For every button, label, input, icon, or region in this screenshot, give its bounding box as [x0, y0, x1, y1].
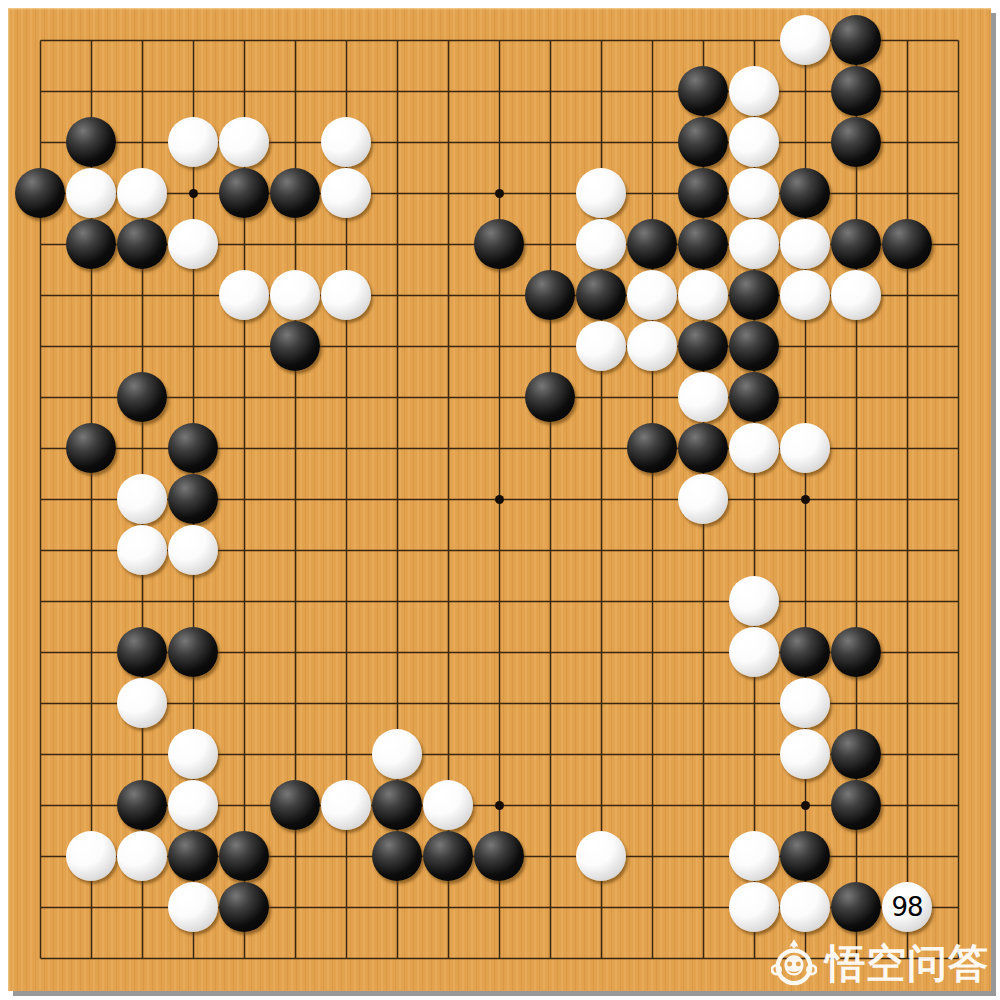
black-stone — [372, 831, 422, 881]
watermark-text: 悟空问答 — [825, 943, 989, 983]
white-stone — [678, 474, 728, 524]
black-stone — [423, 831, 473, 881]
page: 98 悟空问答 — [0, 0, 1000, 1000]
black-stone — [525, 270, 575, 320]
black-stone — [831, 882, 881, 932]
white-stone — [168, 882, 218, 932]
white-stone — [780, 882, 830, 932]
white-stone — [678, 270, 728, 320]
white-stone — [576, 831, 626, 881]
black-stone — [15, 168, 65, 218]
white-stone — [627, 270, 677, 320]
white-stone — [780, 219, 830, 269]
white-stone — [780, 678, 830, 728]
black-stone — [168, 474, 218, 524]
white-stone — [729, 168, 779, 218]
white-stone — [729, 66, 779, 116]
white-stone — [270, 270, 320, 320]
black-stone — [882, 219, 932, 269]
black-stone — [678, 423, 728, 473]
white-stone — [321, 168, 371, 218]
white-stone — [576, 321, 626, 371]
black-stone — [270, 168, 320, 218]
black-stone — [576, 270, 626, 320]
white-stone — [780, 729, 830, 779]
black-stone — [729, 270, 779, 320]
white-stone — [321, 270, 371, 320]
white-stone — [780, 270, 830, 320]
black-stone — [729, 372, 779, 422]
white-stone — [729, 882, 779, 932]
black-stone — [66, 423, 116, 473]
white-stone — [219, 117, 269, 167]
white-stone — [168, 780, 218, 830]
black-stone — [831, 66, 881, 116]
white-stone — [117, 525, 167, 575]
white-stone — [729, 117, 779, 167]
white-stone — [117, 678, 167, 728]
white-stone — [780, 423, 830, 473]
black-stone — [168, 423, 218, 473]
white-stone — [117, 168, 167, 218]
white-stone — [780, 15, 830, 65]
black-stone — [117, 627, 167, 677]
black-stone — [627, 219, 677, 269]
black-stone — [831, 627, 881, 677]
black-stone — [117, 780, 167, 830]
black-stone — [780, 168, 830, 218]
black-stone — [678, 117, 728, 167]
black-stone — [678, 219, 728, 269]
white-stone — [576, 168, 626, 218]
black-stone — [678, 66, 728, 116]
white-stone-move-98: 98 — [882, 882, 932, 932]
black-stone — [831, 219, 881, 269]
white-stone — [576, 219, 626, 269]
white-stone — [831, 270, 881, 320]
white-stone — [66, 168, 116, 218]
white-stone — [66, 831, 116, 881]
black-stone — [270, 321, 320, 371]
black-stone — [168, 627, 218, 677]
white-stone — [168, 219, 218, 269]
stones-layer: 98 — [8, 8, 991, 991]
white-stone — [423, 780, 473, 830]
white-stone — [168, 525, 218, 575]
white-stone — [321, 117, 371, 167]
white-stone — [168, 117, 218, 167]
white-stone — [168, 729, 218, 779]
white-stone — [372, 729, 422, 779]
black-stone — [270, 780, 320, 830]
watermark: 悟空问答 — [771, 937, 989, 989]
black-stone — [678, 168, 728, 218]
white-stone — [729, 576, 779, 626]
white-stone — [117, 474, 167, 524]
black-stone — [372, 780, 422, 830]
go-board[interactable]: 98 悟空问答 — [8, 8, 991, 991]
black-stone — [474, 219, 524, 269]
black-stone — [627, 423, 677, 473]
black-stone — [168, 831, 218, 881]
black-stone — [525, 372, 575, 422]
white-stone — [678, 372, 728, 422]
white-stone — [321, 780, 371, 830]
black-stone — [780, 831, 830, 881]
white-stone — [729, 627, 779, 677]
white-stone — [627, 321, 677, 371]
wukong-logo-icon — [771, 938, 817, 988]
black-stone — [219, 168, 269, 218]
black-stone — [831, 117, 881, 167]
white-stone — [219, 270, 269, 320]
black-stone — [219, 882, 269, 932]
black-stone — [66, 219, 116, 269]
white-stone — [729, 831, 779, 881]
black-stone — [831, 780, 881, 830]
black-stone — [678, 321, 728, 371]
white-stone — [117, 831, 167, 881]
black-stone — [831, 15, 881, 65]
white-stone — [729, 219, 779, 269]
white-stone — [729, 423, 779, 473]
black-stone — [66, 117, 116, 167]
black-stone — [117, 219, 167, 269]
move-number-label: 98 — [891, 894, 922, 920]
black-stone — [780, 627, 830, 677]
black-stone — [117, 372, 167, 422]
black-stone — [729, 321, 779, 371]
black-stone — [474, 831, 524, 881]
black-stone — [219, 831, 269, 881]
black-stone — [831, 729, 881, 779]
